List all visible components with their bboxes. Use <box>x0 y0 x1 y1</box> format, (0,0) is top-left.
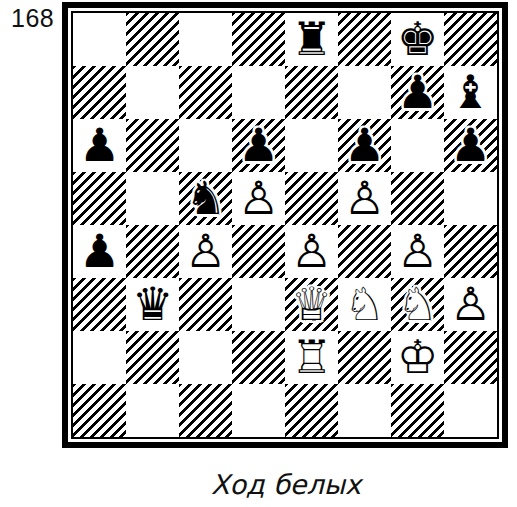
piece-black-bishop: ♝♝ <box>444 66 497 119</box>
square-a4[interactable]: ♟♟ <box>73 225 126 278</box>
square-b5[interactable] <box>126 172 179 225</box>
square-d5[interactable]: ♟♙ <box>232 172 285 225</box>
piece-black-queen: ♛♛ <box>126 278 179 331</box>
square-g1[interactable] <box>391 384 444 437</box>
square-c3[interactable] <box>179 278 232 331</box>
square-h2[interactable] <box>444 331 497 384</box>
square-h3[interactable]: ♟♙ <box>444 278 497 331</box>
piece-white-pawn: ♟♙ <box>285 225 338 278</box>
square-d7[interactable] <box>232 66 285 119</box>
square-g8[interactable]: ♚♚ <box>391 13 444 66</box>
square-g7[interactable]: ♟♟ <box>391 66 444 119</box>
square-g6[interactable] <box>391 119 444 172</box>
square-b4[interactable] <box>126 225 179 278</box>
square-c8[interactable] <box>179 13 232 66</box>
piece-black-pawn: ♟♟ <box>444 119 497 172</box>
black-knight-icon: ♞ <box>179 172 232 225</box>
white-king-icon: ♔ <box>391 331 444 384</box>
square-e6[interactable] <box>285 119 338 172</box>
piece-white-pawn: ♟♙ <box>179 225 232 278</box>
square-c5[interactable]: ♞♞ <box>179 172 232 225</box>
square-f2[interactable] <box>338 331 391 384</box>
black-king-icon: ♚ <box>391 13 444 66</box>
square-a6[interactable]: ♟♟ <box>73 119 126 172</box>
square-c7[interactable] <box>179 66 232 119</box>
square-e7[interactable] <box>285 66 338 119</box>
square-f4[interactable] <box>338 225 391 278</box>
piece-black-pawn: ♟♟ <box>232 119 285 172</box>
square-e2[interactable]: ♜♖ <box>285 331 338 384</box>
piece-white-pawn: ♟♙ <box>444 278 497 331</box>
white-pawn-icon: ♙ <box>391 225 444 278</box>
piece-white-pawn: ♟♙ <box>338 172 391 225</box>
piece-black-pawn: ♟♟ <box>73 225 126 278</box>
diagram-number-label: 168 <box>11 4 54 33</box>
piece-black-pawn: ♟♟ <box>73 119 126 172</box>
square-h8[interactable] <box>444 13 497 66</box>
black-pawn-icon: ♟ <box>444 119 497 172</box>
black-pawn-icon: ♟ <box>73 225 126 278</box>
square-c6[interactable] <box>179 119 232 172</box>
square-f3[interactable]: ♞♘ <box>338 278 391 331</box>
caption-side-to-move: Ход белых <box>62 469 510 500</box>
piece-white-rook: ♜♖ <box>285 331 338 384</box>
square-d2[interactable] <box>232 331 285 384</box>
square-d4[interactable] <box>232 225 285 278</box>
piece-white-queen: ♛♕ <box>285 278 338 331</box>
square-a2[interactable] <box>73 331 126 384</box>
chess-board: ♜♜♚♚♟♟♝♝♟♟♟♟♟♟♟♟♞♞♟♙♟♙♟♟♟♙♟♙♟♙♛♛♛♕♞♘♞♘♟♙… <box>73 13 497 437</box>
piece-black-pawn: ♟♟ <box>391 66 444 119</box>
square-b1[interactable] <box>126 384 179 437</box>
white-pawn-icon: ♙ <box>179 225 232 278</box>
square-e4[interactable]: ♟♙ <box>285 225 338 278</box>
black-queen-icon: ♛ <box>126 278 179 331</box>
square-d3[interactable] <box>232 278 285 331</box>
square-b3[interactable]: ♛♛ <box>126 278 179 331</box>
square-e8[interactable]: ♜♜ <box>285 13 338 66</box>
white-knight-icon: ♘ <box>338 278 391 331</box>
square-b2[interactable] <box>126 331 179 384</box>
black-bishop-icon: ♝ <box>444 66 497 119</box>
white-pawn-icon: ♙ <box>444 278 497 331</box>
piece-white-pawn: ♟♙ <box>391 225 444 278</box>
square-f1[interactable] <box>338 384 391 437</box>
page: 168 ♜♜♚♚♟♟♝♝♟♟♟♟♟♟♟♟♞♞♟♙♟♙♟♟♟♙♟♙♟♙♛♛♛♕♞♘… <box>0 0 517 507</box>
square-d1[interactable] <box>232 384 285 437</box>
white-pawn-icon: ♙ <box>338 172 391 225</box>
square-a5[interactable] <box>73 172 126 225</box>
square-e1[interactable] <box>285 384 338 437</box>
square-d6[interactable]: ♟♟ <box>232 119 285 172</box>
square-h6[interactable]: ♟♟ <box>444 119 497 172</box>
black-pawn-icon: ♟ <box>391 66 444 119</box>
piece-white-knight: ♞♘ <box>338 278 391 331</box>
square-g4[interactable]: ♟♙ <box>391 225 444 278</box>
square-f8[interactable] <box>338 13 391 66</box>
white-pawn-icon: ♙ <box>232 172 285 225</box>
square-a3[interactable] <box>73 278 126 331</box>
square-g3[interactable]: ♞♘ <box>391 278 444 331</box>
square-h1[interactable] <box>444 384 497 437</box>
piece-black-king: ♚♚ <box>391 13 444 66</box>
square-a8[interactable] <box>73 13 126 66</box>
piece-white-knight: ♞♘ <box>391 278 444 331</box>
white-pawn-icon: ♙ <box>285 225 338 278</box>
white-rook-icon: ♖ <box>285 331 338 384</box>
white-queen-icon: ♕ <box>285 278 338 331</box>
square-h5[interactable] <box>444 172 497 225</box>
square-b6[interactable] <box>126 119 179 172</box>
chess-board-frame: ♜♜♚♚♟♟♝♝♟♟♟♟♟♟♟♟♞♞♟♙♟♙♟♟♟♙♟♙♟♙♛♛♛♕♞♘♞♘♟♙… <box>62 2 508 448</box>
square-g2[interactable]: ♚♔ <box>391 331 444 384</box>
square-f6[interactable]: ♟♟ <box>338 119 391 172</box>
square-g5[interactable] <box>391 172 444 225</box>
square-a7[interactable] <box>73 66 126 119</box>
square-d8[interactable] <box>232 13 285 66</box>
square-b7[interactable] <box>126 66 179 119</box>
square-c1[interactable] <box>179 384 232 437</box>
white-knight-icon: ♘ <box>391 278 444 331</box>
square-b8[interactable] <box>126 13 179 66</box>
piece-white-pawn: ♟♙ <box>232 172 285 225</box>
black-pawn-icon: ♟ <box>338 119 391 172</box>
square-f5[interactable]: ♟♙ <box>338 172 391 225</box>
piece-black-pawn: ♟♟ <box>338 119 391 172</box>
square-h4[interactable] <box>444 225 497 278</box>
square-e5[interactable] <box>285 172 338 225</box>
square-e3[interactable]: ♛♕ <box>285 278 338 331</box>
black-rook-icon: ♜ <box>285 13 338 66</box>
black-pawn-icon: ♟ <box>232 119 285 172</box>
black-pawn-icon: ♟ <box>73 119 126 172</box>
square-f7[interactable] <box>338 66 391 119</box>
chess-board-inner-border: ♜♜♚♚♟♟♝♝♟♟♟♟♟♟♟♟♞♞♟♙♟♙♟♟♟♙♟♙♟♙♛♛♛♕♞♘♞♘♟♙… <box>71 11 499 439</box>
square-a1[interactable] <box>73 384 126 437</box>
piece-black-rook: ♜♜ <box>285 13 338 66</box>
piece-white-king: ♚♔ <box>391 331 444 384</box>
piece-black-knight: ♞♞ <box>179 172 232 225</box>
square-h7[interactable]: ♝♝ <box>444 66 497 119</box>
square-c2[interactable] <box>179 331 232 384</box>
square-c4[interactable]: ♟♙ <box>179 225 232 278</box>
